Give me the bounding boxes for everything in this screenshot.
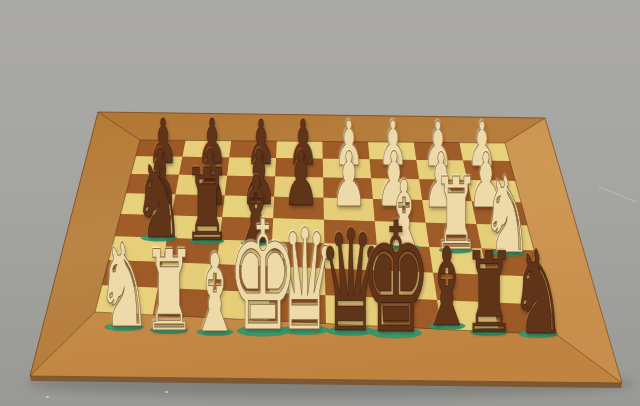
piece-light-rook[interactable]: ♜ [143, 235, 195, 347]
photo-background: ♟♟♟♟♟♟♟♟♟♟♟♟♟♟♟♟♞♜♝♝♜♞♞♜♝♚♛♛♚♝♜♞ [0, 0, 640, 406]
piece-light-bishop[interactable]: ♝ [190, 240, 240, 348]
piece-dark-knight[interactable]: ♞ [511, 235, 565, 351]
surface-speck [46, 396, 49, 398]
piece-dark-king[interactable]: ♚ [361, 203, 432, 355]
piece-dark-rook[interactable]: ♜ [463, 237, 515, 349]
surface-speck [165, 391, 168, 393]
